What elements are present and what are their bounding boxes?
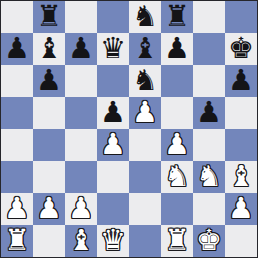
piece-white-knight[interactable]: ♞ [164, 161, 190, 192]
square-a8[interactable] [1, 1, 33, 33]
square-b7[interactable]: ♝ [33, 33, 65, 65]
piece-white-pawn[interactable]: ♟ [36, 193, 62, 224]
square-d8[interactable] [97, 1, 129, 33]
square-h2[interactable]: ♟ [225, 193, 257, 225]
piece-white-pawn[interactable]: ♟ [100, 129, 126, 160]
piece-white-pawn[interactable]: ♟ [164, 129, 190, 160]
piece-black-queen[interactable]: ♛ [100, 33, 126, 64]
square-b1[interactable] [33, 225, 65, 257]
square-f6[interactable] [161, 65, 193, 97]
square-c4[interactable] [65, 129, 97, 161]
square-g8[interactable] [193, 1, 225, 33]
piece-black-bishop[interactable]: ♝ [132, 33, 158, 64]
square-e6[interactable]: ♞ [129, 65, 161, 97]
square-g5[interactable]: ♟ [193, 97, 225, 129]
square-g2[interactable] [193, 193, 225, 225]
square-e2[interactable] [129, 193, 161, 225]
square-e3[interactable] [129, 161, 161, 193]
piece-black-pawn[interactable]: ♟ [228, 65, 254, 96]
square-h4[interactable] [225, 129, 257, 161]
square-g3[interactable]: ♞ [193, 161, 225, 193]
square-c6[interactable] [65, 65, 97, 97]
piece-black-knight[interactable]: ♞ [132, 65, 158, 96]
square-g6[interactable] [193, 65, 225, 97]
piece-white-queen[interactable]: ♛ [100, 225, 126, 256]
square-c7[interactable]: ♟ [65, 33, 97, 65]
square-e8[interactable]: ♞ [129, 1, 161, 33]
piece-white-pawn[interactable]: ♟ [228, 193, 254, 224]
square-f5[interactable] [161, 97, 193, 129]
square-b6[interactable]: ♟ [33, 65, 65, 97]
piece-black-king[interactable]: ♚ [228, 33, 254, 64]
square-b2[interactable]: ♟ [33, 193, 65, 225]
piece-white-pawn[interactable]: ♟ [4, 193, 30, 224]
square-d7[interactable]: ♛ [97, 33, 129, 65]
piece-white-king[interactable]: ♚ [196, 225, 222, 256]
square-c2[interactable]: ♟ [65, 193, 97, 225]
square-d5[interactable]: ♟ [97, 97, 129, 129]
piece-white-pawn[interactable]: ♟ [68, 193, 94, 224]
piece-black-rook[interactable]: ♜ [164, 1, 190, 32]
square-c1[interactable]: ♝ [65, 225, 97, 257]
square-b5[interactable] [33, 97, 65, 129]
piece-white-pawn[interactable]: ♟ [132, 97, 158, 128]
square-f8[interactable]: ♜ [161, 1, 193, 33]
square-h6[interactable]: ♟ [225, 65, 257, 97]
square-e7[interactable]: ♝ [129, 33, 161, 65]
square-d3[interactable] [97, 161, 129, 193]
square-c8[interactable] [65, 1, 97, 33]
square-d4[interactable]: ♟ [97, 129, 129, 161]
square-a5[interactable] [1, 97, 33, 129]
piece-black-bishop[interactable]: ♝ [36, 33, 62, 64]
piece-white-rook[interactable]: ♜ [164, 225, 190, 256]
piece-black-pawn[interactable]: ♟ [100, 97, 126, 128]
square-a1[interactable]: ♜ [1, 225, 33, 257]
square-h8[interactable] [225, 1, 257, 33]
square-b3[interactable] [33, 161, 65, 193]
square-a2[interactable]: ♟ [1, 193, 33, 225]
square-a3[interactable] [1, 161, 33, 193]
piece-black-pawn[interactable]: ♟ [68, 33, 94, 64]
square-g7[interactable] [193, 33, 225, 65]
square-h3[interactable]: ♝ [225, 161, 257, 193]
piece-white-bishop[interactable]: ♝ [228, 161, 254, 192]
piece-black-pawn[interactable]: ♟ [164, 33, 190, 64]
square-f1[interactable]: ♜ [161, 225, 193, 257]
square-d6[interactable] [97, 65, 129, 97]
chess-board-frame: ♜♞♜♟♝♟♛♝♟♚♟♞♟♟♟♟♟♟♞♞♝♟♟♟♟♜♝♛♜♚ [0, 0, 258, 258]
chess-board: ♜♞♜♟♝♟♛♝♟♚♟♞♟♟♟♟♟♟♞♞♝♟♟♟♟♜♝♛♜♚ [1, 1, 257, 257]
piece-black-knight[interactable]: ♞ [132, 1, 158, 32]
square-f4[interactable]: ♟ [161, 129, 193, 161]
piece-black-rook[interactable]: ♜ [36, 1, 62, 32]
square-b4[interactable] [33, 129, 65, 161]
square-f3[interactable]: ♞ [161, 161, 193, 193]
square-d1[interactable]: ♛ [97, 225, 129, 257]
piece-black-pawn[interactable]: ♟ [36, 65, 62, 96]
square-e1[interactable] [129, 225, 161, 257]
square-a6[interactable] [1, 65, 33, 97]
square-e4[interactable] [129, 129, 161, 161]
square-f7[interactable]: ♟ [161, 33, 193, 65]
square-b8[interactable]: ♜ [33, 1, 65, 33]
square-h1[interactable] [225, 225, 257, 257]
square-h5[interactable] [225, 97, 257, 129]
piece-black-pawn[interactable]: ♟ [196, 97, 222, 128]
square-d2[interactable] [97, 193, 129, 225]
piece-white-bishop[interactable]: ♝ [68, 225, 94, 256]
square-g1[interactable]: ♚ [193, 225, 225, 257]
square-g4[interactable] [193, 129, 225, 161]
piece-white-rook[interactable]: ♜ [4, 225, 30, 256]
square-e5[interactable]: ♟ [129, 97, 161, 129]
square-c3[interactable] [65, 161, 97, 193]
square-h7[interactable]: ♚ [225, 33, 257, 65]
square-a7[interactable]: ♟ [1, 33, 33, 65]
piece-black-pawn[interactable]: ♟ [4, 33, 30, 64]
square-f2[interactable] [161, 193, 193, 225]
square-a4[interactable] [1, 129, 33, 161]
square-c5[interactable] [65, 97, 97, 129]
piece-white-knight[interactable]: ♞ [196, 161, 222, 192]
